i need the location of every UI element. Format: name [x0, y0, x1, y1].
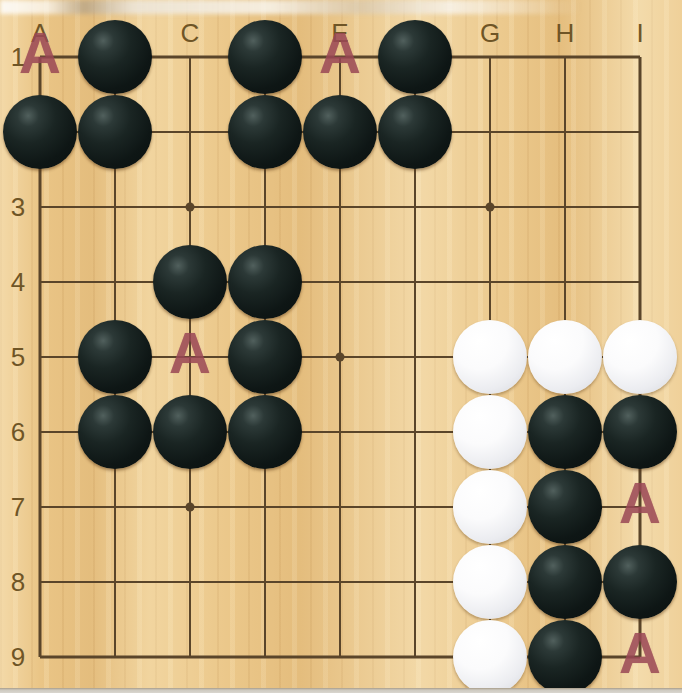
intersection-a3[interactable]	[3, 170, 78, 245]
intersection-a2[interactable]	[3, 95, 78, 170]
intersection-e2[interactable]	[303, 95, 378, 170]
black-stone	[228, 395, 302, 469]
intersection-c8[interactable]	[153, 545, 228, 620]
black-stone	[78, 320, 152, 394]
intersection-i8[interactable]	[603, 545, 678, 620]
choice-marker-a1[interactable]: A	[19, 24, 61, 82]
black-stone	[78, 20, 152, 94]
board-grid: AAAAA	[3, 20, 678, 693]
intersection-c1[interactable]	[153, 20, 228, 95]
white-stone	[528, 320, 602, 394]
intersection-i6[interactable]	[603, 395, 678, 470]
intersection-f8[interactable]	[378, 545, 453, 620]
white-stone	[453, 395, 527, 469]
intersection-g7[interactable]	[453, 470, 528, 545]
intersection-g5[interactable]	[453, 320, 528, 395]
black-stone	[153, 395, 227, 469]
intersection-a9[interactable]	[3, 620, 78, 693]
intersection-h9[interactable]	[528, 620, 603, 693]
intersection-d7[interactable]	[228, 470, 303, 545]
intersection-a5[interactable]	[3, 320, 78, 395]
white-stone	[453, 620, 527, 693]
white-stone	[603, 320, 677, 394]
intersection-h5[interactable]	[528, 320, 603, 395]
intersection-e6[interactable]	[303, 395, 378, 470]
black-stone	[228, 320, 302, 394]
intersection-a4[interactable]	[3, 245, 78, 320]
black-stone	[528, 395, 602, 469]
intersection-g1[interactable]	[453, 20, 528, 95]
intersection-f2[interactable]	[378, 95, 453, 170]
intersection-h1[interactable]	[528, 20, 603, 95]
black-stone	[603, 395, 677, 469]
intersection-g8[interactable]	[453, 545, 528, 620]
intersection-h3[interactable]	[528, 170, 603, 245]
intersection-e3[interactable]	[303, 170, 378, 245]
intersection-c7[interactable]	[153, 470, 228, 545]
intersection-b8[interactable]	[78, 545, 153, 620]
intersection-i1[interactable]	[603, 20, 678, 95]
intersection-d8[interactable]	[228, 545, 303, 620]
intersection-b4[interactable]	[78, 245, 153, 320]
intersection-e5[interactable]	[303, 320, 378, 395]
intersection-b2[interactable]	[78, 95, 153, 170]
black-stone	[228, 245, 302, 319]
intersection-g3[interactable]	[453, 170, 528, 245]
intersection-f4[interactable]	[378, 245, 453, 320]
intersection-e7[interactable]	[303, 470, 378, 545]
choice-marker-i9[interactable]: A	[619, 624, 661, 682]
intersection-c9[interactable]	[153, 620, 228, 693]
intersection-f7[interactable]	[378, 470, 453, 545]
black-stone	[378, 20, 452, 94]
intersection-e4[interactable]	[303, 245, 378, 320]
intersection-f3[interactable]	[378, 170, 453, 245]
choice-marker-e1[interactable]: A	[319, 24, 361, 82]
black-stone	[378, 95, 452, 169]
black-stone	[153, 245, 227, 319]
intersection-b1[interactable]	[78, 20, 153, 95]
intersection-i2[interactable]	[603, 95, 678, 170]
choice-marker-i7[interactable]: A	[619, 474, 661, 532]
black-stone	[303, 95, 377, 169]
photo-glare-band	[0, 0, 600, 14]
intersection-h2[interactable]	[528, 95, 603, 170]
intersection-b9[interactable]	[78, 620, 153, 693]
intersection-b5[interactable]	[78, 320, 153, 395]
intersection-e8[interactable]	[303, 545, 378, 620]
intersection-h4[interactable]	[528, 245, 603, 320]
intersection-d2[interactable]	[228, 95, 303, 170]
white-stone	[453, 545, 527, 619]
intersection-f6[interactable]	[378, 395, 453, 470]
intersection-i7[interactable]: A	[603, 470, 678, 545]
intersection-h7[interactable]	[528, 470, 603, 545]
intersection-c3[interactable]	[153, 170, 228, 245]
black-stone	[528, 470, 602, 544]
intersection-a1[interactable]: A	[3, 20, 78, 95]
intersection-h6[interactable]	[528, 395, 603, 470]
intersection-c4[interactable]	[153, 245, 228, 320]
board-bottom-edge	[0, 688, 682, 693]
intersection-c6[interactable]	[153, 395, 228, 470]
intersection-d5[interactable]	[228, 320, 303, 395]
intersection-h8[interactable]	[528, 545, 603, 620]
choice-marker-c5[interactable]: A	[169, 324, 211, 382]
intersection-d9[interactable]	[228, 620, 303, 693]
white-stone	[453, 470, 527, 544]
black-stone	[228, 95, 302, 169]
black-stone	[228, 20, 302, 94]
black-stone	[603, 545, 677, 619]
white-stone	[453, 320, 527, 394]
intersection-i3[interactable]	[603, 170, 678, 245]
intersection-i5[interactable]	[603, 320, 678, 395]
black-stone	[528, 620, 602, 693]
intersection-b6[interactable]	[78, 395, 153, 470]
intersection-c2[interactable]	[153, 95, 228, 170]
black-stone	[78, 395, 152, 469]
black-stone	[78, 95, 152, 169]
intersection-a7[interactable]	[3, 470, 78, 545]
intersection-g9[interactable]	[453, 620, 528, 693]
go-board: ACEGHI 13456789 AAAAA	[0, 0, 682, 693]
intersection-b7[interactable]	[78, 470, 153, 545]
intersection-i9[interactable]: A	[603, 620, 678, 693]
black-stone	[3, 95, 77, 169]
intersection-b3[interactable]	[78, 170, 153, 245]
intersection-f1[interactable]	[378, 20, 453, 95]
intersection-g6[interactable]	[453, 395, 528, 470]
intersection-f5[interactable]	[378, 320, 453, 395]
intersection-d1[interactable]	[228, 20, 303, 95]
intersection-e9[interactable]	[303, 620, 378, 693]
intersection-d6[interactable]	[228, 395, 303, 470]
intersection-e1[interactable]: A	[303, 20, 378, 95]
intersection-d3[interactable]	[228, 170, 303, 245]
intersection-d4[interactable]	[228, 245, 303, 320]
intersection-f9[interactable]	[378, 620, 453, 693]
intersection-g2[interactable]	[453, 95, 528, 170]
intersection-g4[interactable]	[453, 245, 528, 320]
intersection-a6[interactable]	[3, 395, 78, 470]
intersection-a8[interactable]	[3, 545, 78, 620]
intersection-i4[interactable]	[603, 245, 678, 320]
black-stone	[528, 545, 602, 619]
intersection-c5[interactable]: A	[153, 320, 228, 395]
